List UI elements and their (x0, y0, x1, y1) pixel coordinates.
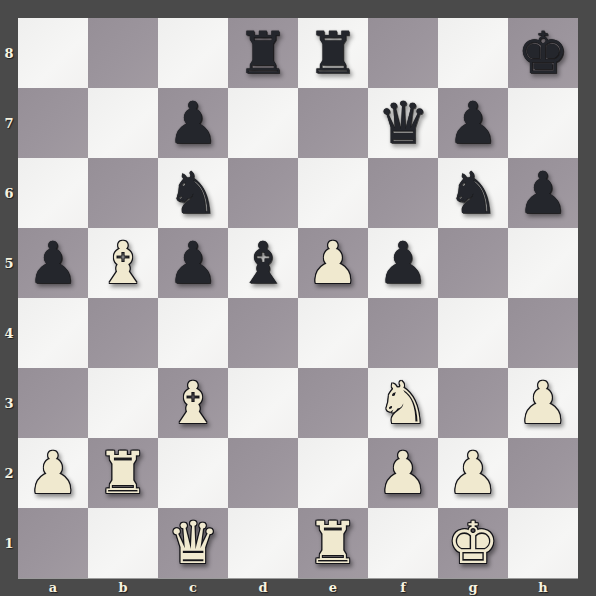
square-c4[interactable] (158, 298, 228, 368)
square-h4[interactable] (508, 298, 578, 368)
square-g3[interactable] (438, 368, 508, 438)
square-b1[interactable] (88, 508, 158, 578)
piece-white-king[interactable]: ♚ (447, 508, 499, 578)
square-b3[interactable] (88, 368, 158, 438)
rank-label-5: 5 (0, 228, 18, 298)
rank-label-1: 1 (0, 508, 18, 578)
piece-white-rook[interactable]: ♜ (97, 438, 149, 508)
square-f1[interactable] (368, 508, 438, 578)
square-h6[interactable]: ♟ (508, 158, 578, 228)
square-c5[interactable]: ♟ (158, 228, 228, 298)
file-label-a: a (18, 578, 88, 596)
square-h5[interactable] (508, 228, 578, 298)
rank-label-2: 2 (0, 438, 18, 508)
piece-white-pawn[interactable]: ♟ (27, 438, 79, 508)
file-label-d: d (228, 578, 298, 596)
square-h1[interactable] (508, 508, 578, 578)
square-e1[interactable]: ♜ (298, 508, 368, 578)
square-d6[interactable] (228, 158, 298, 228)
piece-black-knight[interactable]: ♞ (167, 158, 219, 228)
piece-black-king[interactable]: ♚ (517, 18, 569, 88)
piece-black-knight[interactable]: ♞ (447, 158, 499, 228)
piece-white-pawn[interactable]: ♟ (517, 368, 569, 438)
square-a7[interactable] (18, 88, 88, 158)
piece-black-pawn[interactable]: ♟ (517, 158, 569, 228)
piece-black-queen[interactable]: ♛ (377, 88, 429, 158)
square-f8[interactable] (368, 18, 438, 88)
square-f4[interactable] (368, 298, 438, 368)
square-e7[interactable] (298, 88, 368, 158)
square-h2[interactable] (508, 438, 578, 508)
square-a3[interactable] (18, 368, 88, 438)
square-d2[interactable] (228, 438, 298, 508)
file-labels: abcdefgh (18, 578, 578, 596)
square-d7[interactable] (228, 88, 298, 158)
square-a6[interactable] (18, 158, 88, 228)
piece-black-bishop[interactable]: ♝ (237, 228, 289, 298)
piece-white-bishop[interactable]: ♝ (167, 368, 219, 438)
square-b4[interactable] (88, 298, 158, 368)
square-a2[interactable]: ♟ (18, 438, 88, 508)
square-h8[interactable]: ♚ (508, 18, 578, 88)
square-c6[interactable]: ♞ (158, 158, 228, 228)
square-d8[interactable]: ♜ (228, 18, 298, 88)
chess-board: ♜♜♚♟♛♟♞♞♟♟♝♟♝♟♟♝♞♟♟♜♟♟♛♜♚ (18, 18, 578, 579)
square-f2[interactable]: ♟ (368, 438, 438, 508)
square-d4[interactable] (228, 298, 298, 368)
square-e3[interactable] (298, 368, 368, 438)
square-a4[interactable] (18, 298, 88, 368)
square-c8[interactable] (158, 18, 228, 88)
square-c1[interactable]: ♛ (158, 508, 228, 578)
square-g5[interactable] (438, 228, 508, 298)
rank-label-7: 7 (0, 88, 18, 158)
piece-black-rook[interactable]: ♜ (307, 18, 359, 88)
square-e6[interactable] (298, 158, 368, 228)
piece-black-rook[interactable]: ♜ (237, 18, 289, 88)
square-b2[interactable]: ♜ (88, 438, 158, 508)
rank-label-3: 3 (0, 368, 18, 438)
square-g7[interactable]: ♟ (438, 88, 508, 158)
piece-black-pawn[interactable]: ♟ (167, 88, 219, 158)
piece-white-pawn[interactable]: ♟ (377, 438, 429, 508)
rank-label-6: 6 (0, 158, 18, 228)
rank-labels: 87654321 (0, 18, 18, 578)
piece-white-rook[interactable]: ♜ (307, 508, 359, 578)
piece-black-pawn[interactable]: ♟ (27, 228, 79, 298)
square-g2[interactable]: ♟ (438, 438, 508, 508)
square-c2[interactable] (158, 438, 228, 508)
square-d3[interactable] (228, 368, 298, 438)
square-h7[interactable] (508, 88, 578, 158)
file-label-f: f (368, 578, 438, 596)
piece-white-pawn[interactable]: ♟ (447, 438, 499, 508)
square-d1[interactable] (228, 508, 298, 578)
square-g4[interactable] (438, 298, 508, 368)
square-b6[interactable] (88, 158, 158, 228)
square-g6[interactable]: ♞ (438, 158, 508, 228)
file-label-e: e (298, 578, 368, 596)
square-g8[interactable] (438, 18, 508, 88)
square-f3[interactable]: ♞ (368, 368, 438, 438)
square-e4[interactable] (298, 298, 368, 368)
square-h3[interactable]: ♟ (508, 368, 578, 438)
square-c3[interactable]: ♝ (158, 368, 228, 438)
file-label-g: g (438, 578, 508, 596)
file-label-c: c (158, 578, 228, 596)
piece-white-pawn[interactable]: ♟ (307, 228, 359, 298)
square-f5[interactable]: ♟ (368, 228, 438, 298)
file-label-b: b (88, 578, 158, 596)
square-e5[interactable]: ♟ (298, 228, 368, 298)
square-f7[interactable]: ♛ (368, 88, 438, 158)
file-label-h: h (508, 578, 578, 596)
square-d5[interactable]: ♝ (228, 228, 298, 298)
square-c7[interactable]: ♟ (158, 88, 228, 158)
piece-white-bishop[interactable]: ♝ (97, 228, 149, 298)
rank-label-8: 8 (0, 18, 18, 88)
square-a8[interactable] (18, 18, 88, 88)
square-b5[interactable]: ♝ (88, 228, 158, 298)
piece-black-pawn[interactable]: ♟ (167, 228, 219, 298)
piece-white-queen[interactable]: ♛ (167, 508, 219, 578)
board-frame: 87654321 ♜♜♚♟♛♟♞♞♟♟♝♟♝♟♟♝♞♟♟♜♟♟♛♜♚ abcde… (0, 0, 596, 596)
square-a5[interactable]: ♟ (18, 228, 88, 298)
square-b8[interactable] (88, 18, 158, 88)
square-a1[interactable] (18, 508, 88, 578)
square-e2[interactable] (298, 438, 368, 508)
piece-black-pawn[interactable]: ♟ (447, 88, 499, 158)
piece-black-pawn[interactable]: ♟ (377, 228, 429, 298)
square-b7[interactable] (88, 88, 158, 158)
square-e8[interactable]: ♜ (298, 18, 368, 88)
square-g1[interactable]: ♚ (438, 508, 508, 578)
rank-label-4: 4 (0, 298, 18, 368)
piece-white-knight[interactable]: ♞ (377, 368, 429, 438)
square-f6[interactable] (368, 158, 438, 228)
